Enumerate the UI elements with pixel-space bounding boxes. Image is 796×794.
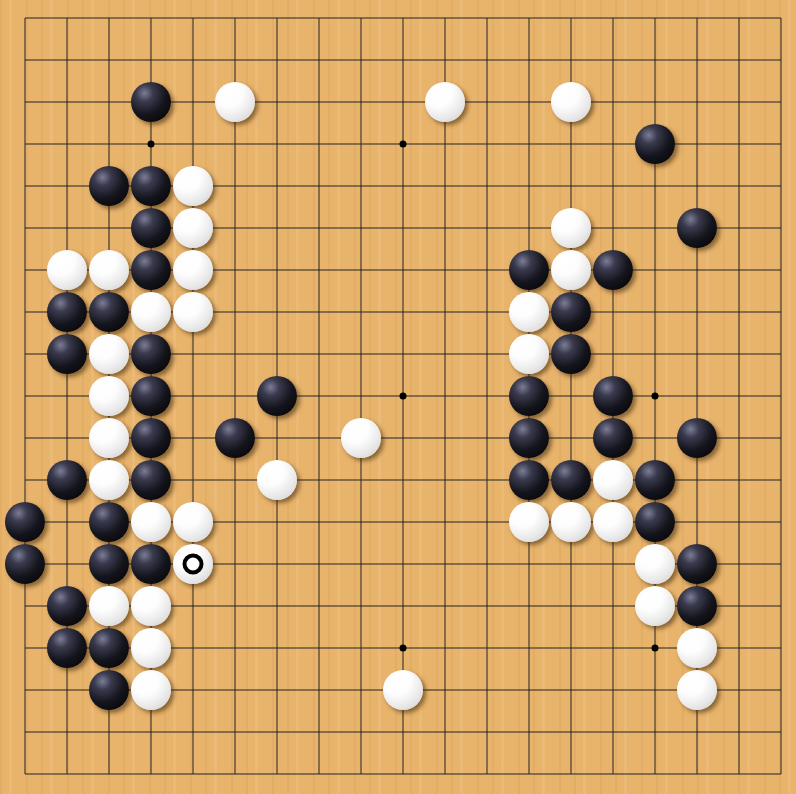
stone-black[interactable] — [131, 418, 171, 458]
stone-black[interactable] — [593, 250, 633, 290]
stone-black[interactable] — [47, 628, 87, 668]
stone-black[interactable] — [509, 418, 549, 458]
stone-black[interactable] — [89, 628, 129, 668]
stone-black[interactable] — [89, 166, 129, 206]
stone-white[interactable] — [593, 460, 633, 500]
stone-white[interactable] — [677, 628, 717, 668]
stone-black[interactable] — [677, 208, 717, 248]
stone-white[interactable] — [89, 460, 129, 500]
stone-white[interactable] — [131, 628, 171, 668]
stone-black[interactable] — [509, 376, 549, 416]
stone-white[interactable] — [89, 334, 129, 374]
stone-white[interactable] — [173, 544, 213, 584]
stone-black[interactable] — [131, 376, 171, 416]
stone-black[interactable] — [509, 460, 549, 500]
last-move-circle-marker — [183, 554, 204, 575]
stone-black[interactable] — [551, 292, 591, 332]
stone-white[interactable] — [173, 292, 213, 332]
stone-white[interactable] — [551, 250, 591, 290]
stone-white[interactable] — [551, 502, 591, 542]
stone-white[interactable] — [89, 586, 129, 626]
stone-white[interactable] — [341, 418, 381, 458]
stone-white[interactable] — [131, 502, 171, 542]
stone-white[interactable] — [635, 544, 675, 584]
stone-black[interactable] — [257, 376, 297, 416]
stone-black[interactable] — [131, 82, 171, 122]
stone-black[interactable] — [89, 544, 129, 584]
stone-black[interactable] — [47, 460, 87, 500]
stone-black[interactable] — [47, 292, 87, 332]
stone-white[interactable] — [173, 166, 213, 206]
stone-black[interactable] — [131, 208, 171, 248]
stone-white[interactable] — [593, 502, 633, 542]
stone-white[interactable] — [173, 250, 213, 290]
stone-white[interactable] — [173, 502, 213, 542]
stone-white[interactable] — [89, 418, 129, 458]
stone-white[interactable] — [425, 82, 465, 122]
stone-white[interactable] — [131, 586, 171, 626]
stone-white[interactable] — [509, 334, 549, 374]
stone-white[interactable] — [257, 460, 297, 500]
stone-black[interactable] — [215, 418, 255, 458]
stone-black[interactable] — [5, 502, 45, 542]
stones-layer — [4, 0, 796, 794]
stone-white[interactable] — [215, 82, 255, 122]
stone-black[interactable] — [89, 670, 129, 710]
stone-white[interactable] — [677, 670, 717, 710]
stone-white[interactable] — [635, 586, 675, 626]
stone-black[interactable] — [551, 460, 591, 500]
stone-black[interactable] — [635, 460, 675, 500]
stone-black[interactable] — [89, 502, 129, 542]
stone-white[interactable] — [509, 502, 549, 542]
stone-black[interactable] — [131, 334, 171, 374]
stone-black[interactable] — [89, 292, 129, 332]
stone-black[interactable] — [47, 334, 87, 374]
stone-white[interactable] — [383, 670, 423, 710]
stone-black[interactable] — [677, 418, 717, 458]
stone-black[interactable] — [593, 418, 633, 458]
stone-black[interactable] — [47, 586, 87, 626]
stone-white[interactable] — [551, 82, 591, 122]
stone-white[interactable] — [173, 208, 213, 248]
stone-white[interactable] — [89, 250, 129, 290]
stone-black[interactable] — [131, 544, 171, 584]
stone-black[interactable] — [677, 586, 717, 626]
stone-white[interactable] — [89, 376, 129, 416]
stone-black[interactable] — [509, 250, 549, 290]
stone-white[interactable] — [551, 208, 591, 248]
go-board[interactable] — [0, 0, 796, 794]
stone-black[interactable] — [131, 460, 171, 500]
stone-black[interactable] — [635, 502, 675, 542]
stone-white[interactable] — [47, 250, 87, 290]
stone-black[interactable] — [677, 544, 717, 584]
stone-black[interactable] — [635, 124, 675, 164]
stone-black[interactable] — [593, 376, 633, 416]
stone-white[interactable] — [131, 670, 171, 710]
stone-black[interactable] — [551, 334, 591, 374]
stone-white[interactable] — [509, 292, 549, 332]
stone-black[interactable] — [5, 544, 45, 584]
stone-black[interactable] — [131, 250, 171, 290]
stone-black[interactable] — [131, 166, 171, 206]
stone-white[interactable] — [131, 292, 171, 332]
